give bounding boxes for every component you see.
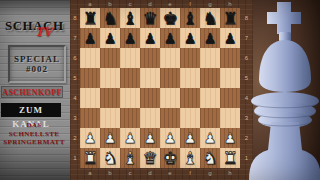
file-label-f-bottom: f — [180, 168, 200, 180]
square-a1[interactable]: ♜ — [80, 148, 100, 168]
black-king-icon: ♚ — [160, 8, 180, 28]
sidebar: SCHACH TV SPECIAL #002 ASCHENKOPF ZUM KA… — [0, 0, 70, 180]
square-a7[interactable]: ♟ — [80, 28, 100, 48]
author-label: ASCHENKOPF — [1, 86, 63, 98]
logo-text-schach: SCHACH — [5, 18, 64, 33]
black-pawn-icon: ♟ — [120, 28, 140, 48]
white-pawn-icon: ♟ — [140, 128, 160, 148]
square-d2[interactable]: ♟ — [140, 128, 160, 148]
square-d1[interactable]: ♛ — [140, 148, 160, 168]
black-pawn-icon: ♟ — [100, 28, 120, 48]
channel-link-button[interactable]: ZUM KANAL — [1, 103, 61, 117]
square-f5[interactable] — [180, 68, 200, 88]
square-c6[interactable] — [120, 48, 140, 68]
square-g2[interactable]: ♟ — [200, 128, 220, 148]
black-queen-icon: ♛ — [140, 8, 160, 28]
file-label-f-top: f — [180, 0, 200, 8]
square-g3[interactable] — [200, 108, 220, 128]
black-pawn-icon: ♟ — [80, 28, 100, 48]
square-a4[interactable] — [80, 88, 100, 108]
square-c3[interactable] — [120, 108, 140, 128]
special-number: #002 — [26, 64, 48, 74]
special-label: SPECIAL — [14, 54, 60, 64]
black-bishop-icon: ♝ — [120, 8, 140, 28]
square-e4[interactable] — [160, 88, 180, 108]
file-label-c-top: c — [120, 0, 140, 8]
square-d8[interactable]: ♛ — [140, 8, 160, 28]
square-e7[interactable]: ♟ — [160, 28, 180, 48]
square-a2[interactable]: ♟ — [80, 128, 100, 148]
white-bishop-icon: ♝ — [180, 148, 200, 168]
logo-text-tv: TV — [35, 24, 54, 40]
square-d6[interactable] — [140, 48, 160, 68]
rank-label-1-left: 1 — [70, 148, 80, 168]
square-g1[interactable]: ♞ — [200, 148, 220, 168]
square-a5[interactable] — [80, 68, 100, 88]
square-b4[interactable] — [100, 88, 120, 108]
black-knight-icon: ♞ — [100, 8, 120, 28]
file-label-g-bottom: g — [200, 168, 220, 180]
video-title-line1: DAS SCHNELLSTE — [0, 121, 68, 138]
square-a8[interactable]: ♜ — [80, 8, 100, 28]
white-king-icon: ♚ — [160, 148, 180, 168]
file-label-e-bottom: e — [160, 168, 180, 180]
rank-label-6-left: 6 — [70, 48, 80, 68]
square-b2[interactable]: ♟ — [100, 128, 120, 148]
square-g4[interactable] — [200, 88, 220, 108]
square-a3[interactable] — [80, 108, 100, 128]
rank-label-3-left: 3 — [70, 108, 80, 128]
square-e5[interactable] — [160, 68, 180, 88]
square-g6[interactable] — [200, 48, 220, 68]
white-pawn-icon: ♟ — [80, 128, 100, 148]
square-e1[interactable]: ♚ — [160, 148, 180, 168]
special-badge: SPECIAL #002 — [8, 45, 66, 83]
square-c2[interactable]: ♟ — [120, 128, 140, 148]
video-thumbnail: SCHACH TV SPECIAL #002 ASCHENKOPF ZUM KA… — [0, 0, 320, 180]
file-label-e-top: e — [160, 0, 180, 8]
board-squares: ♜♞♝♛♚♝♞♜♟♟♟♟♟♟♟♟♟♟♟♟♟♟♟♟♜♞♝♛♚♝♞♜ — [80, 8, 240, 168]
square-b1[interactable]: ♞ — [100, 148, 120, 168]
square-f1[interactable]: ♝ — [180, 148, 200, 168]
square-f3[interactable] — [180, 108, 200, 128]
square-d3[interactable] — [140, 108, 160, 128]
white-pawn-icon: ♟ — [120, 128, 140, 148]
black-rook-icon: ♜ — [80, 8, 100, 28]
rank-labels-left: 87654321 — [70, 8, 80, 168]
black-pawn-icon: ♟ — [200, 28, 220, 48]
square-e6[interactable] — [160, 48, 180, 68]
white-pawn-icon: ♟ — [100, 128, 120, 148]
file-labels-bottom: abcdefgh — [80, 168, 240, 180]
white-pawn-icon: ♟ — [180, 128, 200, 148]
white-knight-icon: ♞ — [100, 148, 120, 168]
black-pawn-icon: ♟ — [180, 28, 200, 48]
square-e3[interactable] — [160, 108, 180, 128]
square-f7[interactable]: ♟ — [180, 28, 200, 48]
video-title-line2: SPRINGERMATT — [0, 138, 68, 147]
square-c8[interactable]: ♝ — [120, 8, 140, 28]
square-e8[interactable]: ♚ — [160, 8, 180, 28]
file-label-b-top: b — [100, 0, 120, 8]
square-b5[interactable] — [100, 68, 120, 88]
rank-label-4-left: 4 — [70, 88, 80, 108]
channel-logo: SCHACH TV — [5, 16, 67, 46]
file-label-g-top: g — [200, 0, 220, 8]
rank-label-5-left: 5 — [70, 68, 80, 88]
square-a6[interactable] — [80, 48, 100, 68]
square-f6[interactable] — [180, 48, 200, 68]
square-c4[interactable] — [120, 88, 140, 108]
white-pawn-icon: ♟ — [160, 128, 180, 148]
white-knight-icon: ♞ — [200, 148, 220, 168]
white-queen-icon: ♛ — [140, 148, 160, 168]
black-pawn-icon: ♟ — [160, 28, 180, 48]
chess-board: abcdefgh 87654321 ♜♞♝♛♚♝♞♜♟♟♟♟♟♟♟♟♟♟♟♟♟♟… — [70, 0, 253, 180]
file-labels-top: abcdefgh — [80, 0, 240, 8]
file-label-c-bottom: c — [120, 168, 140, 180]
square-d4[interactable] — [140, 88, 160, 108]
square-b6[interactable] — [100, 48, 120, 68]
square-c7[interactable]: ♟ — [120, 28, 140, 48]
file-label-a-bottom: a — [80, 168, 100, 180]
square-g5[interactable] — [200, 68, 220, 88]
square-f8[interactable]: ♝ — [180, 8, 200, 28]
black-pawn-icon: ♟ — [140, 28, 160, 48]
rank-label-8-left: 8 — [70, 8, 80, 28]
square-e2[interactable]: ♟ — [160, 128, 180, 148]
video-title: DAS SCHNELLSTE SPRINGERMATT — [0, 121, 68, 147]
square-f4[interactable] — [180, 88, 200, 108]
square-b3[interactable] — [100, 108, 120, 128]
black-knight-icon: ♞ — [200, 8, 220, 28]
white-bishop-icon: ♝ — [120, 148, 140, 168]
decorative-king-icon — [236, 0, 320, 180]
square-d5[interactable] — [140, 68, 160, 88]
square-f2[interactable]: ♟ — [180, 128, 200, 148]
square-g7[interactable]: ♟ — [200, 28, 220, 48]
square-d7[interactable]: ♟ — [140, 28, 160, 48]
file-label-d-bottom: d — [140, 168, 160, 180]
square-c5[interactable] — [120, 68, 140, 88]
square-c1[interactable]: ♝ — [120, 148, 140, 168]
black-bishop-icon: ♝ — [180, 8, 200, 28]
file-label-b-bottom: b — [100, 168, 120, 180]
file-label-a-top: a — [80, 0, 100, 8]
rank-label-7-left: 7 — [70, 28, 80, 48]
white-rook-icon: ♜ — [80, 148, 100, 168]
white-pawn-icon: ♟ — [200, 128, 220, 148]
square-b8[interactable]: ♞ — [100, 8, 120, 28]
file-label-d-top: d — [140, 0, 160, 8]
square-b7[interactable]: ♟ — [100, 28, 120, 48]
rank-label-2-left: 2 — [70, 128, 80, 148]
square-g8[interactable]: ♞ — [200, 8, 220, 28]
